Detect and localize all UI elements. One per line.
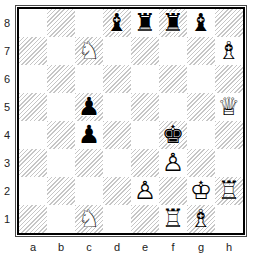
white-rook-f1[interactable]: ♜♖ xyxy=(159,205,187,233)
square-a1[interactable] xyxy=(19,205,47,233)
white-king-g2[interactable]: ♚♔ xyxy=(187,177,215,205)
piece-outline-layer: ♔ xyxy=(187,177,215,205)
square-h8[interactable] xyxy=(215,9,243,37)
square-c1[interactable]: ♞♘ xyxy=(75,205,103,233)
square-d3[interactable] xyxy=(103,149,131,177)
square-h4[interactable] xyxy=(215,121,243,149)
square-d6[interactable] xyxy=(103,65,131,93)
square-b6[interactable] xyxy=(47,65,75,93)
square-h1[interactable] xyxy=(215,205,243,233)
square-h7[interactable]: ♝♗ xyxy=(215,37,243,65)
board-grid: ♝♜♜♝♞♘♝♗♟♛♕♟♚♟♙♟♙♚♔♜♖♞♘♜♖♝♗ xyxy=(19,9,243,233)
file-label-g: g xyxy=(187,240,215,254)
file-label-a: a xyxy=(19,240,47,254)
square-c5[interactable]: ♟ xyxy=(75,93,103,121)
piece-outline-layer: ♘ xyxy=(75,205,103,233)
square-f1[interactable]: ♜♖ xyxy=(159,205,187,233)
piece-outline-layer: ♖ xyxy=(159,205,187,233)
square-f6[interactable] xyxy=(159,65,187,93)
square-d2[interactable] xyxy=(103,177,131,205)
square-a5[interactable] xyxy=(19,93,47,121)
square-e2[interactable]: ♟♙ xyxy=(131,177,159,205)
piece-outline-layer: ♗ xyxy=(187,205,215,233)
square-d8[interactable]: ♝ xyxy=(103,9,131,37)
square-b1[interactable] xyxy=(47,205,75,233)
white-rook-h2[interactable]: ♜♖ xyxy=(215,177,243,205)
square-g2[interactable]: ♚♔ xyxy=(187,177,215,205)
file-label-e: e xyxy=(131,240,159,254)
square-g7[interactable] xyxy=(187,37,215,65)
square-c7[interactable]: ♞♘ xyxy=(75,37,103,65)
file-label-c: c xyxy=(75,240,103,254)
square-g3[interactable] xyxy=(187,149,215,177)
square-b3[interactable] xyxy=(47,149,75,177)
square-c2[interactable] xyxy=(75,177,103,205)
rank-label-6: 6 xyxy=(0,65,14,93)
square-a8[interactable] xyxy=(19,9,47,37)
piece-outline-layer: ♗ xyxy=(215,37,243,65)
square-h3[interactable] xyxy=(215,149,243,177)
square-e1[interactable] xyxy=(131,205,159,233)
square-g6[interactable] xyxy=(187,65,215,93)
square-e5[interactable] xyxy=(131,93,159,121)
square-f7[interactable] xyxy=(159,37,187,65)
white-knight-c7[interactable]: ♞♘ xyxy=(75,37,103,65)
square-g5[interactable] xyxy=(187,93,215,121)
square-e8[interactable]: ♜ xyxy=(131,9,159,37)
square-h5[interactable]: ♛♕ xyxy=(215,93,243,121)
white-bishop-g1[interactable]: ♝♗ xyxy=(187,205,215,233)
square-b5[interactable] xyxy=(47,93,75,121)
square-f5[interactable] xyxy=(159,93,187,121)
square-a6[interactable] xyxy=(19,65,47,93)
white-queen-h5[interactable]: ♛♕ xyxy=(215,93,243,121)
square-f4[interactable]: ♚ xyxy=(159,121,187,149)
square-a2[interactable] xyxy=(19,177,47,205)
square-f8[interactable]: ♜ xyxy=(159,9,187,37)
white-knight-c1[interactable]: ♞♘ xyxy=(75,205,103,233)
square-f2[interactable] xyxy=(159,177,187,205)
square-b4[interactable] xyxy=(47,121,75,149)
square-a7[interactable] xyxy=(19,37,47,65)
square-c4[interactable]: ♟ xyxy=(75,121,103,149)
rank-label-2: 2 xyxy=(0,177,14,205)
chess-diagram: 87654321 ♝♜♜♝♞♘♝♗♟♛♕♟♚♟♙♟♙♚♔♜♖♞♘♜♖♝♗ abc… xyxy=(0,0,253,256)
square-c8[interactable] xyxy=(75,9,103,37)
rank-label-4: 4 xyxy=(0,121,14,149)
square-g4[interactable] xyxy=(187,121,215,149)
square-d1[interactable] xyxy=(103,205,131,233)
square-b8[interactable] xyxy=(47,9,75,37)
square-b2[interactable] xyxy=(47,177,75,205)
square-e3[interactable] xyxy=(131,149,159,177)
square-g8[interactable]: ♝ xyxy=(187,9,215,37)
square-e4[interactable] xyxy=(131,121,159,149)
piece-outline-layer: ♕ xyxy=(215,93,243,121)
black-king-f4[interactable]: ♚ xyxy=(159,121,187,149)
square-d5[interactable] xyxy=(103,93,131,121)
black-pawn-c4[interactable]: ♟ xyxy=(75,121,103,149)
rank-label-5: 5 xyxy=(0,93,14,121)
board-border: ♝♜♜♝♞♘♝♗♟♛♕♟♚♟♙♟♙♚♔♜♖♞♘♜♖♝♗ xyxy=(17,7,245,235)
black-bishop-d8[interactable]: ♝ xyxy=(103,9,131,37)
square-h6[interactable] xyxy=(215,65,243,93)
square-a3[interactable] xyxy=(19,149,47,177)
black-bishop-g8[interactable]: ♝ xyxy=(187,9,215,37)
white-bishop-h7[interactable]: ♝♗ xyxy=(215,37,243,65)
file-label-d: d xyxy=(103,240,131,254)
white-pawn-f3[interactable]: ♟♙ xyxy=(159,149,187,177)
square-c3[interactable] xyxy=(75,149,103,177)
piece-outline-layer: ♙ xyxy=(159,149,187,177)
file-labels: abcdefgh xyxy=(19,240,243,254)
file-label-h: h xyxy=(215,240,243,254)
piece-outline-layer: ♙ xyxy=(131,177,159,205)
rank-labels: 87654321 xyxy=(0,9,14,233)
square-d7[interactable] xyxy=(103,37,131,65)
white-pawn-e2[interactable]: ♟♙ xyxy=(131,177,159,205)
square-e6[interactable] xyxy=(131,65,159,93)
square-e7[interactable] xyxy=(131,37,159,65)
rank-label-7: 7 xyxy=(0,37,14,65)
rank-label-1: 1 xyxy=(0,205,14,233)
rank-label-8: 8 xyxy=(0,9,14,37)
file-label-f: f xyxy=(159,240,187,254)
square-g1[interactable]: ♝♗ xyxy=(187,205,215,233)
black-rook-e8[interactable]: ♜ xyxy=(131,9,159,37)
square-a4[interactable] xyxy=(19,121,47,149)
rank-label-3: 3 xyxy=(0,149,14,177)
file-label-b: b xyxy=(47,240,75,254)
piece-outline-layer: ♘ xyxy=(75,37,103,65)
chess-board: ♝♜♜♝♞♘♝♗♟♛♕♟♚♟♙♟♙♚♔♜♖♞♘♜♖♝♗ xyxy=(15,5,247,237)
square-c6[interactable] xyxy=(75,65,103,93)
black-rook-f8[interactable]: ♜ xyxy=(159,9,187,37)
black-pawn-c5[interactable]: ♟ xyxy=(75,93,103,121)
square-h2[interactable]: ♜♖ xyxy=(215,177,243,205)
square-d4[interactable] xyxy=(103,121,131,149)
square-f3[interactable]: ♟♙ xyxy=(159,149,187,177)
square-b7[interactable] xyxy=(47,37,75,65)
piece-outline-layer: ♖ xyxy=(215,177,243,205)
